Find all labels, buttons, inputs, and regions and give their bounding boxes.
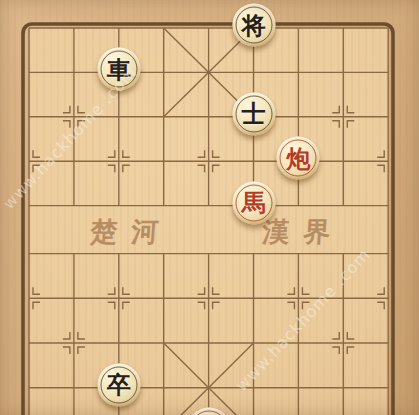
piece-character: 士 [242,102,266,126]
piece-character: 馬 [242,191,266,215]
piece-red-horse[interactable]: 馬 [232,181,275,224]
piece-black-general[interactable]: 将 [232,4,275,47]
board-surface[interactable] [29,28,389,415]
xiangqi-app-screen: 楚河 漢界 将車士炮馬卒 www.hackhome .comwww.hackho… [0,0,419,415]
piece-black-soldier[interactable]: 卒 [97,363,140,406]
piece-character: 炮 [286,146,310,170]
piece-red-cannon[interactable]: 炮 [277,137,320,180]
piece-character: 卒 [107,373,131,397]
piece-black-advisor[interactable]: 士 [232,92,275,135]
piece-black-chariot[interactable]: 車 [97,48,140,91]
piece-character: 将 [242,13,266,37]
piece-character: 車 [107,57,131,81]
